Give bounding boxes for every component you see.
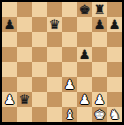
square-c2[interactable] [32, 92, 47, 107]
piece-white-pawn[interactable]: ♟ [62, 77, 77, 92]
square-a6[interactable] [2, 32, 17, 47]
chess-board-frame: ♚♜♟♛♟♟♟♟♟♛♟♟♝♚♞ [0, 0, 124, 125]
square-c5[interactable] [32, 47, 47, 62]
piece-black-king[interactable]: ♚ [77, 2, 92, 17]
square-f6[interactable] [77, 32, 92, 47]
square-c7[interactable] [32, 17, 47, 32]
square-b2[interactable]: ♛ [17, 92, 32, 107]
square-e2[interactable] [62, 92, 77, 107]
square-b5[interactable] [17, 47, 32, 62]
square-a3[interactable] [2, 77, 17, 92]
chess-board: ♚♜♟♛♟♟♟♟♟♛♟♟♝♚♞ [2, 2, 122, 122]
square-c8[interactable] [32, 2, 47, 17]
square-b7[interactable] [17, 17, 32, 32]
square-g7[interactable]: ♟ [92, 17, 107, 32]
square-e3[interactable]: ♟ [62, 77, 77, 92]
square-h5[interactable] [107, 47, 122, 62]
square-d8[interactable] [47, 2, 62, 17]
piece-black-pawn[interactable]: ♟ [92, 17, 107, 32]
square-h2[interactable] [107, 92, 122, 107]
square-e4[interactable] [62, 62, 77, 77]
square-c4[interactable] [32, 62, 47, 77]
square-g8[interactable]: ♜ [92, 2, 107, 17]
square-f7[interactable] [77, 17, 92, 32]
square-f8[interactable]: ♚ [77, 2, 92, 17]
square-e5[interactable] [62, 47, 77, 62]
square-d2[interactable] [47, 92, 62, 107]
square-b3[interactable] [17, 77, 32, 92]
square-f1[interactable] [77, 107, 92, 122]
square-c6[interactable] [32, 32, 47, 47]
piece-white-knight[interactable]: ♞ [107, 107, 122, 122]
piece-black-pawn[interactable]: ♟ [77, 47, 92, 62]
square-h8[interactable] [107, 2, 122, 17]
square-e6[interactable] [62, 32, 77, 47]
square-d4[interactable] [47, 62, 62, 77]
square-d1[interactable] [47, 107, 62, 122]
square-a8[interactable] [2, 2, 17, 17]
piece-black-queen[interactable]: ♛ [17, 92, 32, 107]
square-c1[interactable] [32, 107, 47, 122]
square-d3[interactable] [47, 77, 62, 92]
square-b1[interactable] [17, 107, 32, 122]
square-g6[interactable] [92, 32, 107, 47]
square-g4[interactable] [92, 62, 107, 77]
square-g5[interactable] [92, 47, 107, 62]
square-d7[interactable]: ♛ [47, 17, 62, 32]
square-a1[interactable] [2, 107, 17, 122]
piece-black-rook[interactable]: ♜ [92, 2, 107, 17]
square-d5[interactable] [47, 47, 62, 62]
square-e7[interactable] [62, 17, 77, 32]
piece-black-pawn[interactable]: ♟ [107, 17, 122, 32]
square-e8[interactable] [62, 2, 77, 17]
square-g3[interactable] [92, 77, 107, 92]
piece-white-pawn[interactable]: ♟ [92, 92, 107, 107]
piece-black-queen[interactable]: ♛ [47, 17, 62, 32]
square-b4[interactable] [17, 62, 32, 77]
square-f2[interactable]: ♟ [77, 92, 92, 107]
piece-black-pawn[interactable]: ♟ [2, 17, 17, 32]
piece-white-pawn[interactable]: ♟ [77, 92, 92, 107]
square-e1[interactable]: ♝ [62, 107, 77, 122]
square-a2[interactable]: ♟ [2, 92, 17, 107]
square-d6[interactable] [47, 32, 62, 47]
square-c3[interactable] [32, 77, 47, 92]
square-h3[interactable] [107, 77, 122, 92]
piece-white-pawn[interactable]: ♟ [2, 92, 17, 107]
square-h4[interactable] [107, 62, 122, 77]
piece-white-king[interactable]: ♚ [92, 107, 107, 122]
square-f4[interactable] [77, 62, 92, 77]
square-h7[interactable]: ♟ [107, 17, 122, 32]
square-h1[interactable]: ♞ [107, 107, 122, 122]
square-h6[interactable] [107, 32, 122, 47]
square-a7[interactable]: ♟ [2, 17, 17, 32]
square-b6[interactable] [17, 32, 32, 47]
square-f3[interactable] [77, 77, 92, 92]
square-f5[interactable]: ♟ [77, 47, 92, 62]
square-b8[interactable] [17, 2, 32, 17]
piece-white-bishop[interactable]: ♝ [62, 107, 77, 122]
square-a5[interactable] [2, 47, 17, 62]
square-a4[interactable] [2, 62, 17, 77]
square-g1[interactable]: ♚ [92, 107, 107, 122]
square-g2[interactable]: ♟ [92, 92, 107, 107]
